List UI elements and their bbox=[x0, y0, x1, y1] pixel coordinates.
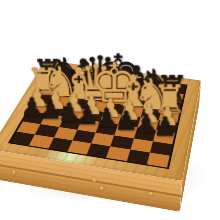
brass-clasp-icon bbox=[12, 170, 16, 174]
piece-glyph: ♟ bbox=[136, 113, 194, 140]
chess-piece-black-p: ♟ bbox=[154, 131, 177, 145]
chess-board-box: ♜♞♝♛♚♝♞♜♜♞♝♛♚♝♞♜♟♟♟♟♟♟♟♟♟♟♟♟♟♟♟♟ bbox=[0, 60, 201, 181]
product-photo: ♜♞♝♛♚♝♞♜♜♞♝♛♚♝♞♜♟♟♟♟♟♟♟♟♟♟♟♟♟♟♟♟ bbox=[0, 0, 220, 220]
lid-screw-icon bbox=[0, 146, 2, 149]
brass-clasp-icon bbox=[92, 178, 96, 182]
brass-clasp-icon bbox=[100, 186, 104, 190]
brass-clasp-icon bbox=[149, 191, 154, 195]
